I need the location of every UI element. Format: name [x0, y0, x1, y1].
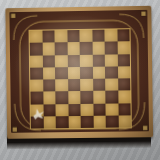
square-b2[interactable]: [43, 104, 56, 116]
square-c1[interactable]: [56, 116, 69, 128]
square-h4[interactable]: [118, 78, 131, 90]
square-h5[interactable]: [117, 66, 130, 78]
square-e2[interactable]: [80, 103, 93, 115]
square-a5[interactable]: [30, 67, 43, 79]
square-h6[interactable]: [117, 54, 130, 66]
square-h2[interactable]: [118, 103, 131, 115]
square-f5[interactable]: [92, 66, 105, 78]
square-h7[interactable]: [117, 41, 130, 53]
square-d8[interactable]: [67, 30, 80, 42]
square-f7[interactable]: [92, 42, 105, 54]
square-b5[interactable]: [43, 67, 56, 79]
square-g4[interactable]: [105, 78, 118, 90]
square-d2[interactable]: [68, 103, 81, 115]
square-e7[interactable]: [80, 42, 93, 54]
square-f1[interactable]: [93, 115, 106, 127]
square-b3[interactable]: [43, 92, 56, 104]
square-g3[interactable]: [105, 91, 118, 103]
square-f6[interactable]: [92, 54, 105, 66]
square-c6[interactable]: [55, 55, 68, 67]
square-c3[interactable]: [55, 91, 68, 103]
square-a6[interactable]: [30, 55, 43, 67]
square-f3[interactable]: [93, 91, 106, 103]
square-a4[interactable]: [30, 79, 43, 91]
square-h3[interactable]: [118, 91, 131, 103]
photo-scene: [0, 0, 160, 160]
checkerboard-grid[interactable]: [29, 28, 132, 129]
game-board: [5, 6, 153, 139]
square-d6[interactable]: [67, 54, 80, 66]
square-e6[interactable]: [80, 54, 93, 66]
square-b8[interactable]: [42, 30, 55, 42]
square-g6[interactable]: [105, 54, 118, 66]
square-b1[interactable]: [43, 116, 56, 128]
square-e8[interactable]: [79, 30, 92, 42]
square-g7[interactable]: [105, 42, 118, 54]
square-g2[interactable]: [105, 103, 118, 115]
square-g8[interactable]: [104, 29, 117, 41]
square-g5[interactable]: [105, 66, 118, 78]
square-f2[interactable]: [93, 103, 106, 115]
square-d1[interactable]: [68, 116, 81, 128]
square-d3[interactable]: [68, 91, 81, 103]
square-c7[interactable]: [55, 42, 68, 54]
square-a3[interactable]: [30, 92, 43, 104]
square-a8[interactable]: [30, 31, 43, 43]
square-b4[interactable]: [43, 79, 56, 91]
square-d4[interactable]: [68, 79, 81, 91]
square-c5[interactable]: [55, 67, 68, 79]
square-f4[interactable]: [93, 79, 106, 91]
square-b6[interactable]: [42, 55, 55, 67]
square-d5[interactable]: [67, 67, 80, 79]
square-e4[interactable]: [80, 79, 93, 91]
square-e3[interactable]: [80, 91, 93, 103]
square-h8[interactable]: [117, 29, 130, 41]
square-e1[interactable]: [81, 116, 94, 128]
square-c2[interactable]: [55, 104, 68, 116]
square-h1[interactable]: [118, 115, 131, 127]
square-d7[interactable]: [67, 42, 80, 54]
square-e5[interactable]: [80, 67, 93, 79]
square-b7[interactable]: [42, 43, 55, 55]
square-c8[interactable]: [54, 30, 67, 42]
square-c4[interactable]: [55, 79, 68, 91]
square-g1[interactable]: [106, 115, 119, 127]
square-a7[interactable]: [30, 43, 43, 55]
square-f8[interactable]: [92, 30, 105, 42]
